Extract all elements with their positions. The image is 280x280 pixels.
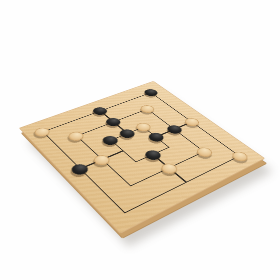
- photo-scene: [0, 0, 280, 280]
- board-layer: [0, 0, 280, 280]
- morris-board: [19, 81, 266, 234]
